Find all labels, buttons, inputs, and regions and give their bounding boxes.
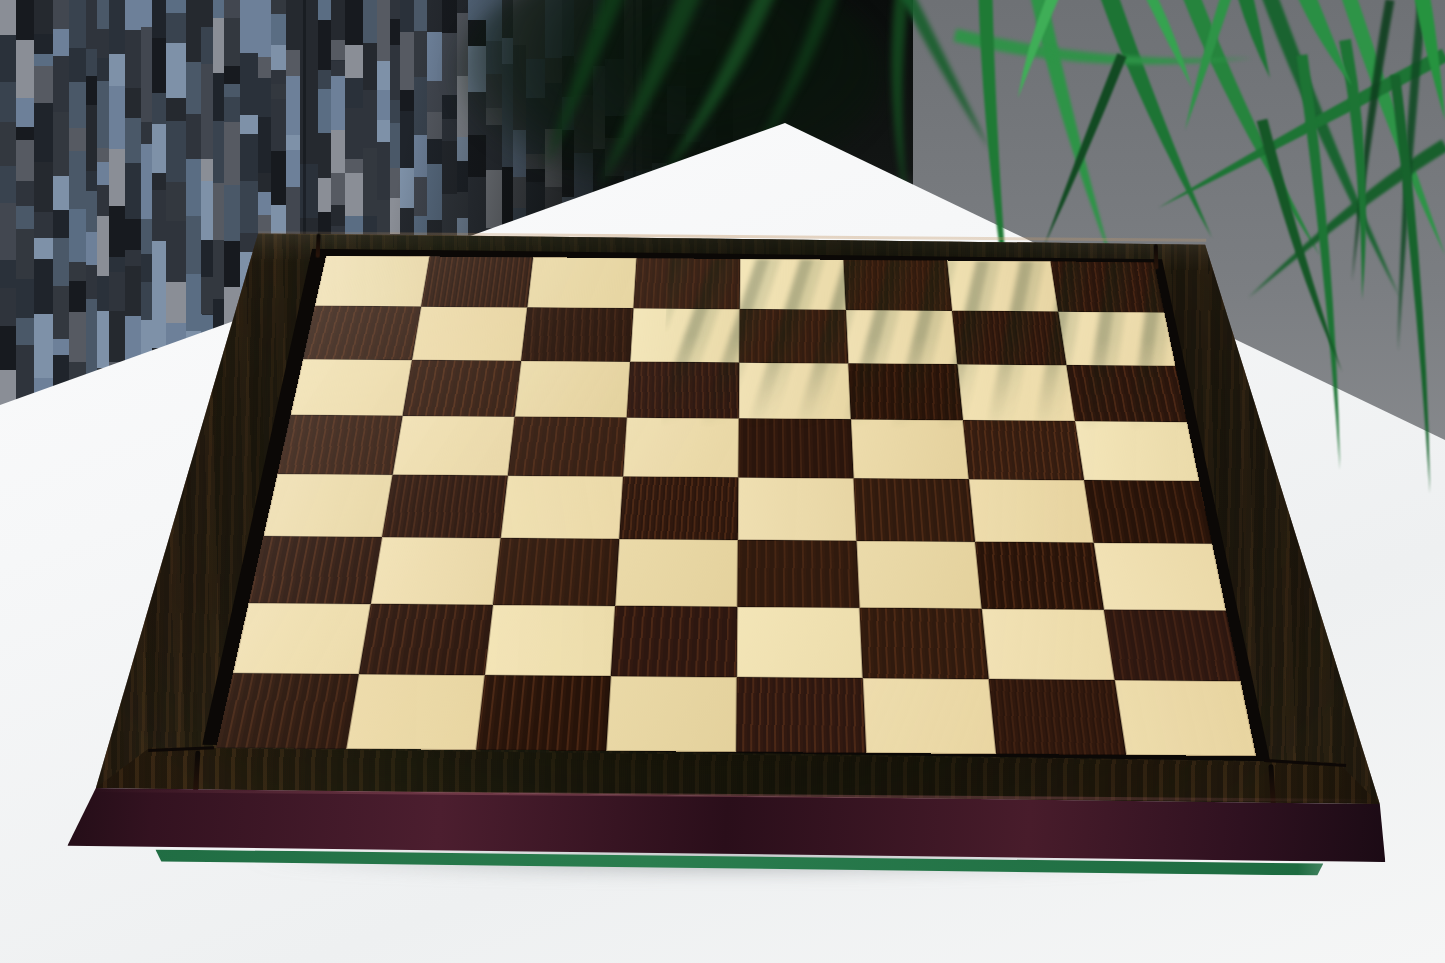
scene [0,0,1445,963]
frame-joint-groove-top-right [1154,244,1159,269]
chessboard [0,0,1445,963]
board-field [216,256,1256,756]
field-plant-reflection [660,258,1191,442]
